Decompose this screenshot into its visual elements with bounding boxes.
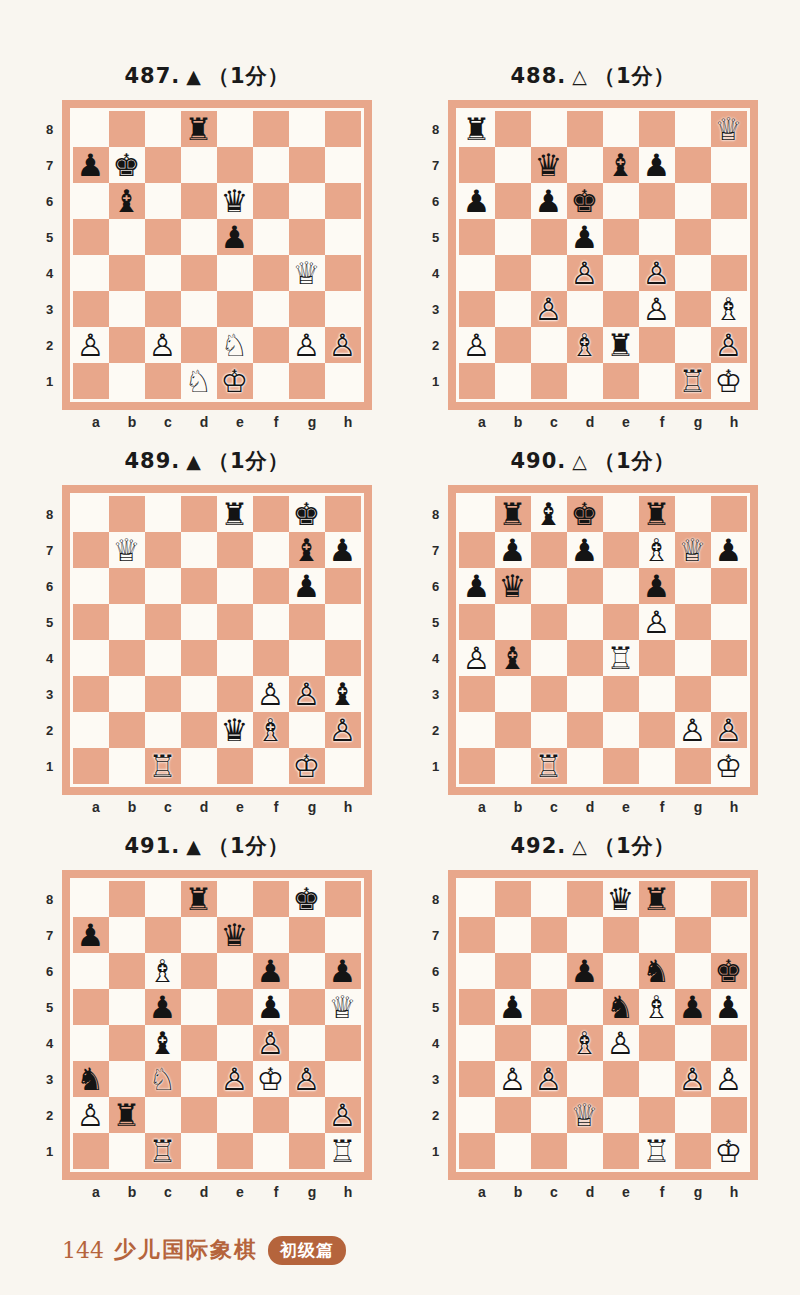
square-f6[interactable] <box>639 183 675 219</box>
square-b8[interactable] <box>495 111 531 147</box>
square-h6[interactable]: ♟ <box>325 953 361 989</box>
square-f1[interactable] <box>253 1133 289 1169</box>
square-h4[interactable] <box>325 255 361 291</box>
square-e5[interactable] <box>217 989 253 1025</box>
square-e2[interactable] <box>217 1097 253 1133</box>
square-f7[interactable] <box>253 532 289 568</box>
square-d2[interactable] <box>181 327 217 363</box>
piece-bk-g8[interactable]: ♚ <box>293 496 321 532</box>
square-h7[interactable] <box>325 147 361 183</box>
piece-wr-g1[interactable]: ♖ <box>679 363 707 399</box>
piece-wn-d1[interactable]: ♘ <box>185 363 213 399</box>
square-g8[interactable] <box>675 111 711 147</box>
square-g3[interactable]: ♙ <box>675 1061 711 1097</box>
square-d6[interactable] <box>567 568 603 604</box>
piece-wp-a2[interactable]: ♙ <box>77 1097 105 1133</box>
square-d7[interactable] <box>567 917 603 953</box>
square-c8[interactable] <box>531 881 567 917</box>
square-b2[interactable]: ♜ <box>109 1097 145 1133</box>
square-b5[interactable] <box>495 604 531 640</box>
piece-bp-g6[interactable]: ♟ <box>293 568 321 604</box>
square-a3[interactable] <box>459 291 495 327</box>
square-g3[interactable] <box>675 291 711 327</box>
square-b3[interactable] <box>109 676 145 712</box>
square-f3[interactable]: ♙ <box>253 676 289 712</box>
square-b8[interactable] <box>109 496 145 532</box>
square-d8[interactable] <box>567 111 603 147</box>
square-e3[interactable] <box>217 676 253 712</box>
square-e4[interactable] <box>217 640 253 676</box>
square-a5[interactable] <box>73 989 109 1025</box>
piece-br-e8[interactable]: ♜ <box>221 496 249 532</box>
square-b6[interactable] <box>109 953 145 989</box>
square-g5[interactable] <box>289 604 325 640</box>
square-g6[interactable] <box>675 568 711 604</box>
piece-br-b8[interactable]: ♜ <box>499 496 527 532</box>
square-c7[interactable] <box>145 147 181 183</box>
square-c5[interactable] <box>531 604 567 640</box>
square-h6[interactable] <box>325 183 361 219</box>
square-f1[interactable]: ♖ <box>639 1133 675 1169</box>
piece-br-f8[interactable]: ♜ <box>643 881 671 917</box>
square-c5[interactable] <box>531 219 567 255</box>
square-g6[interactable] <box>675 953 711 989</box>
square-d3[interactable] <box>567 676 603 712</box>
piece-wq-g7[interactable]: ♕ <box>679 532 707 568</box>
piece-bq-e7[interactable]: ♛ <box>221 917 249 953</box>
piece-bq-c7[interactable]: ♛ <box>535 147 563 183</box>
square-a2[interactable] <box>73 712 109 748</box>
square-h3[interactable] <box>325 291 361 327</box>
square-f6[interactable]: ♟ <box>639 568 675 604</box>
square-d6[interactable]: ♟ <box>567 953 603 989</box>
square-a2[interactable]: ♙ <box>459 327 495 363</box>
square-f4[interactable]: ♙ <box>639 255 675 291</box>
square-h8[interactable]: ♕ <box>711 111 747 147</box>
square-d5[interactable] <box>567 989 603 1025</box>
piece-wk-e1[interactable]: ♔ <box>221 363 249 399</box>
square-f2[interactable] <box>639 1097 675 1133</box>
piece-bp-f5[interactable]: ♟ <box>257 989 285 1025</box>
square-b4[interactable] <box>109 640 145 676</box>
square-d6[interactable] <box>181 953 217 989</box>
square-b1[interactable] <box>495 1133 531 1169</box>
square-h3[interactable]: ♗ <box>711 291 747 327</box>
square-e2[interactable]: ♛ <box>217 712 253 748</box>
square-d4[interactable] <box>181 255 217 291</box>
square-h4[interactable] <box>325 1025 361 1061</box>
square-b2[interactable] <box>109 712 145 748</box>
square-b6[interactable]: ♝ <box>109 183 145 219</box>
square-g7[interactable] <box>289 917 325 953</box>
square-f8[interactable]: ♜ <box>639 881 675 917</box>
square-b5[interactable] <box>109 219 145 255</box>
piece-wp-b3[interactable]: ♙ <box>499 1061 527 1097</box>
square-h5[interactable] <box>325 219 361 255</box>
square-d3[interactable] <box>181 291 217 327</box>
square-e3[interactable] <box>603 291 639 327</box>
piece-wb-f5[interactable]: ♗ <box>643 989 671 1025</box>
square-h7[interactable] <box>325 917 361 953</box>
square-e1[interactable] <box>603 1133 639 1169</box>
square-d4[interactable] <box>567 640 603 676</box>
square-e1[interactable] <box>217 1133 253 1169</box>
square-b5[interactable] <box>109 604 145 640</box>
square-e7[interactable] <box>217 147 253 183</box>
piece-wq-b7[interactable]: ♕ <box>113 532 141 568</box>
piece-bb-e7[interactable]: ♝ <box>607 147 635 183</box>
piece-wp-h2[interactable]: ♙ <box>329 712 357 748</box>
square-d5[interactable] <box>181 219 217 255</box>
square-a2[interactable] <box>459 712 495 748</box>
square-c5[interactable] <box>145 219 181 255</box>
square-f6[interactable] <box>253 568 289 604</box>
piece-wp-e3[interactable]: ♙ <box>221 1061 249 1097</box>
square-c6[interactable] <box>531 568 567 604</box>
square-g8[interactable]: ♚ <box>289 496 325 532</box>
piece-br-d8[interactable]: ♜ <box>185 111 213 147</box>
square-e3[interactable]: ♙ <box>217 1061 253 1097</box>
square-f8[interactable]: ♜ <box>639 496 675 532</box>
square-e2[interactable] <box>603 712 639 748</box>
piece-wr-c1[interactable]: ♖ <box>535 748 563 784</box>
square-h5[interactable] <box>711 219 747 255</box>
square-d2[interactable]: ♗ <box>567 327 603 363</box>
square-h4[interactable] <box>711 640 747 676</box>
square-g4[interactable]: ♕ <box>289 255 325 291</box>
square-c3[interactable] <box>145 291 181 327</box>
square-g7[interactable]: ♝ <box>289 532 325 568</box>
square-h8[interactable] <box>711 496 747 532</box>
piece-wp-a4[interactable]: ♙ <box>463 640 491 676</box>
square-h1[interactable]: ♔ <box>711 748 747 784</box>
square-b4[interactable] <box>109 255 145 291</box>
square-d3[interactable] <box>181 676 217 712</box>
piece-bb-c4[interactable]: ♝ <box>149 1025 177 1061</box>
square-b2[interactable] <box>495 712 531 748</box>
square-f5[interactable] <box>253 604 289 640</box>
piece-wp-f3[interactable]: ♙ <box>257 676 285 712</box>
square-d6[interactable] <box>181 183 217 219</box>
square-a5[interactable] <box>459 604 495 640</box>
piece-wp-g3[interactable]: ♙ <box>679 1061 707 1097</box>
square-f3[interactable] <box>639 1061 675 1097</box>
piece-bp-h7[interactable]: ♟ <box>329 532 357 568</box>
square-c3[interactable]: ♙ <box>531 291 567 327</box>
square-c8[interactable] <box>145 881 181 917</box>
piece-wp-a2[interactable]: ♙ <box>463 327 491 363</box>
square-d5[interactable]: ♟ <box>567 219 603 255</box>
square-a3[interactable]: ♞ <box>73 1061 109 1097</box>
piece-wk-g1[interactable]: ♔ <box>293 748 321 784</box>
square-c6[interactable] <box>145 568 181 604</box>
square-g3[interactable] <box>675 676 711 712</box>
square-d2[interactable] <box>181 712 217 748</box>
square-b5[interactable] <box>495 219 531 255</box>
square-a8[interactable] <box>73 881 109 917</box>
square-g4[interactable] <box>675 640 711 676</box>
square-c7[interactable] <box>531 532 567 568</box>
square-c4[interactable] <box>531 255 567 291</box>
square-e7[interactable]: ♝ <box>603 147 639 183</box>
square-c2[interactable]: ♙ <box>145 327 181 363</box>
square-f4[interactable]: ♙ <box>253 1025 289 1061</box>
piece-wr-f1[interactable]: ♖ <box>643 1133 671 1169</box>
square-e7[interactable] <box>603 917 639 953</box>
square-e4[interactable] <box>603 255 639 291</box>
square-h1[interactable]: ♖ <box>325 1133 361 1169</box>
square-g5[interactable] <box>675 604 711 640</box>
square-g1[interactable]: ♔ <box>289 748 325 784</box>
square-b4[interactable]: ♝ <box>495 640 531 676</box>
piece-bk-d6[interactable]: ♚ <box>571 183 599 219</box>
square-d4[interactable] <box>181 1025 217 1061</box>
piece-bp-c5[interactable]: ♟ <box>149 989 177 1025</box>
square-g7[interactable]: ♕ <box>675 532 711 568</box>
square-c7[interactable] <box>145 917 181 953</box>
square-h1[interactable]: ♔ <box>711 363 747 399</box>
piece-wp-d4[interactable]: ♙ <box>571 255 599 291</box>
piece-wr-e4[interactable]: ♖ <box>607 640 635 676</box>
piece-bn-a3[interactable]: ♞ <box>77 1061 105 1097</box>
square-c6[interactable]: ♗ <box>145 953 181 989</box>
piece-bb-b4[interactable]: ♝ <box>499 640 527 676</box>
square-b8[interactable]: ♜ <box>495 496 531 532</box>
square-d7[interactable]: ♟ <box>567 532 603 568</box>
square-e1[interactable] <box>603 363 639 399</box>
square-e4[interactable]: ♙ <box>603 1025 639 1061</box>
square-c1[interactable]: ♖ <box>531 748 567 784</box>
square-a1[interactable] <box>459 363 495 399</box>
square-a8[interactable] <box>459 496 495 532</box>
square-c6[interactable] <box>531 953 567 989</box>
square-c1[interactable]: ♖ <box>145 1133 181 1169</box>
square-h1[interactable]: ♔ <box>711 1133 747 1169</box>
piece-bp-e5[interactable]: ♟ <box>221 219 249 255</box>
square-c6[interactable] <box>145 183 181 219</box>
piece-bb-g7[interactable]: ♝ <box>293 532 321 568</box>
square-b1[interactable] <box>109 363 145 399</box>
square-c1[interactable]: ♖ <box>145 748 181 784</box>
square-a3[interactable] <box>459 676 495 712</box>
square-c3[interactable]: ♘ <box>145 1061 181 1097</box>
square-a4[interactable] <box>73 640 109 676</box>
square-d5[interactable] <box>567 604 603 640</box>
piece-wp-f3[interactable]: ♙ <box>643 291 671 327</box>
square-d3[interactable] <box>567 1061 603 1097</box>
piece-bq-e6[interactable]: ♛ <box>221 183 249 219</box>
square-a2[interactable]: ♙ <box>73 327 109 363</box>
square-d8[interactable]: ♜ <box>181 111 217 147</box>
square-b6[interactable] <box>109 568 145 604</box>
square-h6[interactable]: ♚ <box>711 953 747 989</box>
square-f6[interactable] <box>253 183 289 219</box>
square-d5[interactable] <box>181 989 217 1025</box>
piece-wp-f5[interactable]: ♙ <box>643 604 671 640</box>
square-e6[interactable] <box>603 183 639 219</box>
square-h7[interactable]: ♟ <box>325 532 361 568</box>
square-f8[interactable] <box>253 496 289 532</box>
square-b7[interactable] <box>495 917 531 953</box>
square-a7[interactable] <box>459 917 495 953</box>
square-d2[interactable] <box>181 1097 217 1133</box>
square-b3[interactable] <box>109 291 145 327</box>
square-d1[interactable] <box>181 748 217 784</box>
square-d6[interactable] <box>181 568 217 604</box>
square-d6[interactable]: ♚ <box>567 183 603 219</box>
square-f5[interactable]: ♟ <box>253 989 289 1025</box>
square-f5[interactable]: ♗ <box>639 989 675 1025</box>
square-g8[interactable] <box>675 881 711 917</box>
square-d1[interactable]: ♘ <box>181 363 217 399</box>
square-h8[interactable] <box>325 881 361 917</box>
square-g8[interactable] <box>289 111 325 147</box>
square-a4[interactable] <box>459 255 495 291</box>
square-b7[interactable]: ♕ <box>109 532 145 568</box>
piece-wb-h3[interactable]: ♗ <box>715 291 743 327</box>
square-d8[interactable]: ♜ <box>181 881 217 917</box>
square-f3[interactable] <box>639 676 675 712</box>
square-d4[interactable] <box>181 640 217 676</box>
square-g1[interactable] <box>289 363 325 399</box>
square-h7[interactable]: ♟ <box>711 532 747 568</box>
square-g6[interactable]: ♟ <box>289 568 325 604</box>
square-h7[interactable] <box>711 917 747 953</box>
square-h6[interactable] <box>325 568 361 604</box>
square-h3[interactable]: ♙ <box>711 1061 747 1097</box>
square-a8[interactable] <box>73 111 109 147</box>
square-a4[interactable] <box>73 255 109 291</box>
square-e5[interactable]: ♟ <box>217 219 253 255</box>
square-a3[interactable] <box>73 676 109 712</box>
piece-wr-c1[interactable]: ♖ <box>149 748 177 784</box>
square-a6[interactable] <box>459 953 495 989</box>
square-c5[interactable]: ♟ <box>145 989 181 1025</box>
square-e6[interactable] <box>603 568 639 604</box>
square-e5[interactable] <box>603 604 639 640</box>
square-a8[interactable] <box>73 496 109 532</box>
square-d1[interactable] <box>567 748 603 784</box>
square-b5[interactable] <box>109 989 145 1025</box>
piece-wq-g4[interactable]: ♕ <box>293 255 321 291</box>
piece-bp-d7[interactable]: ♟ <box>571 532 599 568</box>
square-c8[interactable] <box>531 111 567 147</box>
square-f2[interactable] <box>639 712 675 748</box>
square-d8[interactable]: ♚ <box>567 496 603 532</box>
square-a6[interactable] <box>73 953 109 989</box>
square-e8[interactable] <box>603 111 639 147</box>
square-f3[interactable]: ♙ <box>639 291 675 327</box>
square-c1[interactable] <box>145 363 181 399</box>
square-e1[interactable]: ♔ <box>217 363 253 399</box>
piece-bp-d5[interactable]: ♟ <box>571 219 599 255</box>
square-h2[interactable]: ♙ <box>325 712 361 748</box>
square-g2[interactable]: ♙ <box>289 327 325 363</box>
square-g5[interactable] <box>289 989 325 1025</box>
square-a8[interactable] <box>459 881 495 917</box>
square-d8[interactable] <box>181 496 217 532</box>
square-c3[interactable] <box>145 676 181 712</box>
square-e4[interactable] <box>217 255 253 291</box>
square-f8[interactable] <box>253 111 289 147</box>
piece-bp-b7[interactable]: ♟ <box>499 532 527 568</box>
piece-bk-g8[interactable]: ♚ <box>293 881 321 917</box>
square-e7[interactable] <box>603 532 639 568</box>
piece-bp-d6[interactable]: ♟ <box>571 953 599 989</box>
square-h3[interactable]: ♝ <box>325 676 361 712</box>
square-e8[interactable] <box>217 881 253 917</box>
square-c4[interactable] <box>145 255 181 291</box>
square-f4[interactable] <box>253 640 289 676</box>
square-e8[interactable]: ♛ <box>603 881 639 917</box>
square-h5[interactable] <box>711 604 747 640</box>
square-f8[interactable] <box>253 881 289 917</box>
piece-wp-h2[interactable]: ♙ <box>715 712 743 748</box>
square-a6[interactable] <box>73 568 109 604</box>
square-g4[interactable] <box>289 640 325 676</box>
square-g7[interactable] <box>675 917 711 953</box>
square-d2[interactable] <box>567 712 603 748</box>
square-e3[interactable] <box>603 1061 639 1097</box>
square-g3[interactable]: ♙ <box>289 1061 325 1097</box>
square-h5[interactable]: ♕ <box>325 989 361 1025</box>
square-c3[interactable] <box>531 676 567 712</box>
square-b3[interactable] <box>495 676 531 712</box>
square-c7[interactable] <box>531 917 567 953</box>
square-g7[interactable] <box>289 147 325 183</box>
square-a4[interactable] <box>73 1025 109 1061</box>
piece-wp-c3[interactable]: ♙ <box>535 291 563 327</box>
piece-wp-h3[interactable]: ♙ <box>715 1061 743 1097</box>
square-f7[interactable]: ♟ <box>639 147 675 183</box>
piece-wp-c2[interactable]: ♙ <box>149 327 177 363</box>
square-c4[interactable]: ♝ <box>145 1025 181 1061</box>
piece-wp-g2[interactable]: ♙ <box>679 712 707 748</box>
square-e3[interactable] <box>603 676 639 712</box>
square-g4[interactable] <box>289 1025 325 1061</box>
square-b1[interactable] <box>495 363 531 399</box>
square-g2[interactable] <box>289 712 325 748</box>
square-f7[interactable] <box>639 917 675 953</box>
square-b8[interactable] <box>109 111 145 147</box>
square-a3[interactable] <box>73 291 109 327</box>
piece-br-e2[interactable]: ♜ <box>607 327 635 363</box>
square-g1[interactable] <box>675 748 711 784</box>
square-g5[interactable] <box>289 219 325 255</box>
piece-wr-c1[interactable]: ♖ <box>149 1133 177 1169</box>
square-e5[interactable]: ♞ <box>603 989 639 1025</box>
piece-wk-h1[interactable]: ♔ <box>715 363 743 399</box>
piece-wk-f3[interactable]: ♔ <box>257 1061 285 1097</box>
square-f5[interactable] <box>639 219 675 255</box>
piece-wp-g3[interactable]: ♙ <box>293 676 321 712</box>
square-f2[interactable] <box>253 1097 289 1133</box>
square-e2[interactable]: ♘ <box>217 327 253 363</box>
square-f4[interactable] <box>253 255 289 291</box>
piece-wp-c3[interactable]: ♙ <box>535 1061 563 1097</box>
piece-wp-h2[interactable]: ♙ <box>329 327 357 363</box>
square-d8[interactable] <box>567 881 603 917</box>
piece-bp-h7[interactable]: ♟ <box>715 532 743 568</box>
piece-bq-e2[interactable]: ♛ <box>221 712 249 748</box>
square-h2[interactable]: ♙ <box>325 1097 361 1133</box>
square-a7[interactable] <box>459 147 495 183</box>
square-h6[interactable] <box>711 568 747 604</box>
square-c4[interactable] <box>145 640 181 676</box>
square-h1[interactable] <box>325 748 361 784</box>
piece-wp-g3[interactable]: ♙ <box>293 1061 321 1097</box>
square-g3[interactable] <box>289 291 325 327</box>
